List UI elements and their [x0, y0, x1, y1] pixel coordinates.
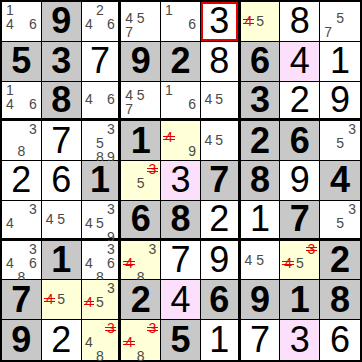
solved-digit: 9: [330, 82, 350, 118]
solved-digit: 6: [51, 162, 71, 198]
pencil-mark: 7: [123, 25, 135, 39]
solved-digit: 4: [290, 43, 310, 79]
solved-digit: 7: [250, 322, 270, 358]
given-digit: 7: [290, 201, 310, 237]
pencil-mark: 4: [84, 335, 95, 349]
given-digit: 5: [170, 322, 190, 358]
cell-r8c1[interactable]: 7: [2, 280, 42, 320]
pencil-mark: 5: [135, 88, 147, 102]
cell-r5c7[interactable]: 8: [241, 161, 281, 201]
cell-r6c5[interactable]: 8: [161, 201, 201, 241]
pencil-mark: 4: [123, 11, 135, 25]
pencil-mark: 4: [84, 216, 95, 230]
pencil-marks: 57: [322, 3, 358, 39]
pencil-marks: 35: [322, 202, 358, 236]
pencil-mark-eliminated: 3: [147, 321, 159, 335]
cell-r1c6[interactable]: 3: [201, 2, 241, 42]
cell-r3c4[interactable]: 457: [121, 82, 161, 122]
cell-r4c2[interactable]: 7: [42, 121, 82, 161]
pencil-marks: 457: [123, 3, 158, 39]
cell-r6c4[interactable]: 6: [121, 201, 161, 241]
solved-digit: 4: [170, 282, 190, 318]
cell-r5c6[interactable]: 7: [201, 161, 241, 201]
pencil-marks: 45: [44, 202, 79, 236]
pencil-mark: 7: [322, 25, 334, 39]
solved-digit: 8: [290, 3, 310, 39]
pencil-mark-eliminated: 4: [123, 256, 135, 270]
pencil-mark: 4: [123, 88, 135, 102]
cell-r1c4[interactable]: 457: [121, 2, 161, 42]
sudoku-board: 1469246457163458575379286411468464571645…: [0, 0, 362, 362]
cell-r6c2[interactable]: 45: [42, 201, 82, 241]
cell-r9c8[interactable]: 3: [280, 320, 320, 360]
given-digit: 2: [131, 282, 151, 318]
solved-digit: 2: [290, 82, 310, 118]
cell-r2c9[interactable]: 1: [320, 42, 360, 82]
pencil-mark: 8: [94, 349, 105, 362]
solved-digit: 1: [330, 43, 350, 79]
given-digit: 1: [51, 242, 71, 278]
cell-r2c8[interactable]: 4: [280, 42, 320, 82]
pencil-mark: 5: [55, 292, 67, 306]
cell-r5c9[interactable]: 4: [320, 161, 360, 201]
pencil-marks: 3468: [84, 242, 117, 278]
pencil-mark: 4: [84, 92, 95, 106]
pencil-marks: 46: [84, 83, 117, 117]
given-digit: 8: [51, 82, 71, 118]
cell-r6c9[interactable]: 35: [320, 201, 360, 241]
pencil-mark: 1: [4, 3, 16, 17]
given-digit: 1: [131, 123, 151, 159]
pencil-marks: 38: [4, 122, 39, 158]
pencil-mark: 6: [186, 17, 198, 31]
given-digit: 9: [131, 43, 151, 79]
pencil-mark: 5: [334, 216, 346, 230]
solved-digit: 3: [209, 3, 229, 39]
cell-r8c2[interactable]: 45: [42, 280, 82, 320]
solved-digit: 2: [11, 162, 31, 198]
pencil-marks: 45: [243, 3, 278, 39]
pencil-mark: 5: [254, 14, 266, 28]
solved-digit: 1: [209, 322, 229, 358]
pencil-marks: 3468: [4, 242, 39, 278]
cell-r4c5[interactable]: 49: [161, 121, 201, 161]
given-digit: 6: [250, 43, 270, 79]
given-digit: 7: [11, 282, 31, 318]
cell-r7c3[interactable]: 3468: [82, 241, 122, 281]
given-digit: 8: [170, 201, 190, 237]
pencil-mark: 4: [4, 256, 16, 270]
cell-r2c3[interactable]: 7: [82, 42, 122, 82]
cell-r1c5[interactable]: 16: [161, 2, 201, 42]
pencil-mark: 4: [203, 92, 214, 106]
pencil-mark: 3: [346, 122, 358, 136]
given-digit: 2: [250, 123, 270, 159]
pencil-mark: 4: [243, 253, 255, 267]
given-digit: 1: [90, 162, 110, 198]
pencil-mark: 5: [334, 11, 346, 25]
pencil-mark-eliminated: 3: [105, 321, 116, 335]
pencil-mark: 5: [94, 295, 105, 309]
pencil-mark-eliminated: 4: [282, 256, 294, 270]
cell-r7c6[interactable]: 9: [201, 241, 241, 281]
cell-r1c8[interactable]: 8: [280, 2, 320, 42]
cell-r3c5[interactable]: 16: [161, 82, 201, 122]
pencil-mark: 3: [346, 202, 358, 216]
pencil-mark: 6: [27, 97, 39, 111]
solved-digit: 8: [209, 43, 229, 79]
cell-r8c4[interactable]: 2: [121, 280, 161, 320]
pencil-mark-eliminated: 4: [123, 335, 135, 349]
pencil-mark: 8: [16, 144, 28, 158]
cell-r4c4[interactable]: 1: [121, 121, 161, 161]
pencil-mark: 3: [147, 242, 159, 256]
pencil-mark: 5: [135, 176, 147, 190]
cell-r8c5[interactable]: 4: [161, 280, 201, 320]
cell-r8c6[interactable]: 6: [201, 280, 241, 320]
pencil-mark: 4: [44, 212, 56, 226]
solved-digit: 2: [209, 201, 229, 237]
pencil-mark: 4: [4, 216, 16, 230]
cell-r9c5[interactable]: 5: [161, 320, 201, 360]
given-digit: 9: [250, 282, 270, 318]
cell-r7c5[interactable]: 7: [161, 241, 201, 281]
cell-r8c8[interactable]: 1: [280, 280, 320, 320]
cell-r1c1[interactable]: 146: [2, 2, 42, 42]
cell-r4c9[interactable]: 35: [320, 121, 360, 161]
given-digit: 8: [250, 162, 270, 198]
pencil-marks: 345: [84, 281, 117, 317]
pencil-mark: 2: [94, 3, 105, 17]
pencil-mark: 4: [84, 17, 95, 31]
cell-r9c6[interactable]: 1: [201, 320, 241, 360]
solved-digit: 7: [90, 43, 110, 79]
cell-r1c2[interactable]: 9: [42, 2, 82, 42]
pencil-marks: 16: [163, 83, 198, 117]
cell-r3c9[interactable]: 9: [320, 82, 360, 122]
given-digit: 7: [209, 162, 229, 198]
pencil-mark-eliminated: 3: [147, 162, 159, 176]
solved-digit: 3: [290, 322, 310, 358]
solved-digit: 1: [250, 201, 270, 237]
pencil-mark-eliminated: 4: [84, 295, 95, 309]
cell-r7c1[interactable]: 3468: [2, 241, 42, 281]
pencil-mark: 3: [105, 242, 116, 256]
cell-r6c7[interactable]: 1: [241, 201, 281, 241]
solved-digit: 3: [170, 162, 190, 198]
solved-digit: 9: [290, 162, 310, 198]
pencil-marks: 3459: [84, 202, 117, 236]
pencil-mark: 1: [163, 83, 175, 97]
cell-r9c7[interactable]: 7: [241, 320, 281, 360]
pencil-mark: 5: [334, 136, 346, 150]
cell-r9c2[interactable]: 2: [42, 320, 82, 360]
pencil-mark: 5: [135, 11, 147, 25]
pencil-marks: 35: [322, 122, 358, 158]
given-digit: 2: [330, 242, 350, 278]
pencil-mark-eliminated: 4: [44, 292, 56, 306]
cell-r5c4[interactable]: 35: [121, 161, 161, 201]
given-digit: 6: [290, 123, 310, 159]
cell-r8c7[interactable]: 9: [241, 280, 281, 320]
pencil-marks: 16: [163, 3, 198, 39]
pencil-mark: 8: [135, 349, 147, 362]
pencil-mark-eliminated: 3: [306, 242, 318, 256]
pencil-marks: 348: [84, 321, 117, 358]
given-digit: 4: [330, 162, 350, 198]
cell-r6c3[interactable]: 3459: [82, 201, 122, 241]
pencil-mark: 3: [27, 202, 39, 216]
pencil-marks: 146: [4, 83, 39, 117]
cell-r2c5[interactable]: 2: [161, 42, 201, 82]
given-digit: 3: [250, 82, 270, 118]
cell-r9c4[interactable]: 348: [121, 320, 161, 360]
pencil-marks: 348: [123, 242, 158, 278]
pencil-marks: 34: [4, 202, 39, 236]
pencil-marks: 3589: [84, 122, 117, 158]
pencil-mark: 4: [4, 17, 16, 31]
pencil-mark: 4: [203, 133, 214, 147]
pencil-mark: 6: [105, 256, 116, 270]
pencil-marks: 45: [243, 242, 278, 278]
pencil-mark-eliminated: 4: [163, 130, 175, 144]
cell-r1c9[interactable]: 57: [320, 2, 360, 42]
cell-r6c6[interactable]: 2: [201, 201, 241, 241]
cell-r5c5[interactable]: 3: [161, 161, 201, 201]
given-digit: 6: [209, 282, 229, 318]
pencil-mark: 4: [84, 256, 95, 270]
cell-r9c1[interactable]: 9: [2, 320, 42, 360]
cell-r4c8[interactable]: 6: [280, 121, 320, 161]
given-digit: 5: [11, 43, 31, 79]
cell-r3c7[interactable]: 3: [241, 82, 281, 122]
pencil-mark: 7: [123, 102, 135, 116]
pencil-marks: 49: [163, 122, 198, 158]
pencil-mark: 6: [27, 17, 39, 31]
pencil-mark: 5: [55, 212, 67, 226]
given-digit: 3: [51, 43, 71, 79]
solved-digit: 6: [330, 322, 350, 358]
cell-r1c7[interactable]: 45: [241, 2, 281, 42]
cell-r9c3[interactable]: 348: [82, 320, 122, 360]
given-digit: 8: [330, 282, 350, 318]
pencil-mark: 9: [186, 144, 198, 158]
cell-r5c8[interactable]: 9: [280, 161, 320, 201]
cell-r2c2[interactable]: 3: [42, 42, 82, 82]
cell-r1c3[interactable]: 246: [82, 2, 122, 42]
cell-r5c1[interactable]: 2: [2, 161, 42, 201]
cell-r4c1[interactable]: 38: [2, 121, 42, 161]
cell-r5c2[interactable]: 6: [42, 161, 82, 201]
cell-r2c7[interactable]: 6: [241, 42, 281, 82]
pencil-mark: 3: [105, 202, 116, 216]
cell-r5c3[interactable]: 1: [82, 161, 122, 201]
cell-r7c8[interactable]: 345: [280, 241, 320, 281]
cell-r2c6[interactable]: 8: [201, 42, 241, 82]
cell-r3c2[interactable]: 8: [42, 82, 82, 122]
cell-r8c3[interactable]: 345: [82, 280, 122, 320]
pencil-mark: 6: [105, 17, 116, 31]
pencil-mark: 5: [94, 136, 105, 150]
pencil-mark: 3: [27, 122, 39, 136]
pencil-marks: 246: [84, 3, 117, 39]
pencil-mark: 4: [4, 97, 16, 111]
pencil-marks: 345: [282, 242, 317, 278]
solved-digit: 9: [209, 242, 229, 278]
cell-r4c7[interactable]: 2: [241, 121, 281, 161]
solved-digit: 7: [170, 242, 190, 278]
pencil-marks: 35: [123, 162, 158, 198]
pencil-mark: 5: [254, 253, 266, 267]
pencil-mark: 5: [294, 256, 306, 270]
cell-r2c4[interactable]: 9: [121, 42, 161, 82]
given-digit: 2: [170, 43, 190, 79]
cell-r3c3[interactable]: 46: [82, 82, 122, 122]
pencil-mark: 6: [186, 97, 198, 111]
cell-r7c2[interactable]: 1: [42, 241, 82, 281]
cell-r9c9[interactable]: 6: [320, 320, 360, 360]
given-digit: 1: [290, 282, 310, 318]
cell-r4c6[interactable]: 45: [201, 121, 241, 161]
pencil-marks: 45: [203, 122, 236, 158]
pencil-mark: 3: [105, 122, 116, 136]
pencil-mark: 1: [4, 83, 16, 97]
cell-r3c8[interactable]: 2: [280, 82, 320, 122]
given-digit: 9: [11, 322, 31, 358]
pencil-mark: 5: [214, 133, 225, 147]
pencil-mark: 6: [27, 256, 39, 270]
cell-r7c7[interactable]: 45: [241, 241, 281, 281]
pencil-mark: 5: [94, 216, 105, 230]
pencil-mark: 3: [27, 242, 39, 256]
cell-r8c9[interactable]: 8: [320, 280, 360, 320]
cell-r6c8[interactable]: 7: [280, 201, 320, 241]
given-digit: 6: [131, 201, 151, 237]
cell-r2c1[interactable]: 5: [2, 42, 42, 82]
cell-r3c6[interactable]: 45: [201, 82, 241, 122]
pencil-mark-eliminated: 4: [243, 14, 255, 28]
cell-r4c3[interactable]: 3589: [82, 121, 122, 161]
pencil-marks: 457: [123, 83, 158, 117]
solved-digit: 7: [51, 123, 71, 159]
pencil-mark: 6: [105, 92, 116, 106]
cell-r7c4[interactable]: 348: [121, 241, 161, 281]
solved-digit: 2: [51, 322, 71, 358]
cell-r6c1[interactable]: 34: [2, 201, 42, 241]
pencil-mark: 1: [163, 3, 175, 17]
pencil-marks: 45: [44, 281, 79, 317]
pencil-mark: 3: [105, 281, 116, 295]
pencil-marks: 45: [203, 83, 236, 117]
given-digit: 9: [51, 3, 71, 39]
cell-r3c1[interactable]: 146: [2, 82, 42, 122]
pencil-mark: 5: [214, 92, 225, 106]
pencil-marks: 348: [123, 321, 158, 358]
cell-r7c9[interactable]: 2: [320, 241, 360, 281]
pencil-marks: 146: [4, 3, 39, 39]
